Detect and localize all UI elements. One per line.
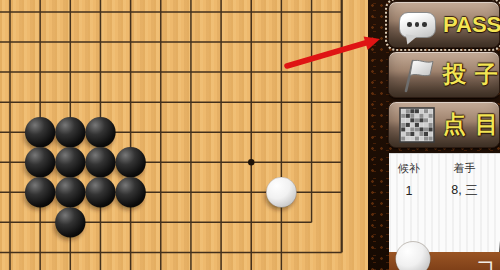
black-stone xyxy=(55,207,85,237)
black-stone xyxy=(85,147,115,177)
white-stone xyxy=(266,177,296,207)
count-button-label: 点目 xyxy=(443,109,500,140)
white-flag-icon xyxy=(396,56,438,94)
moves-table-row[interactable]: 1 8, 三 xyxy=(389,182,500,199)
black-stone xyxy=(115,147,145,177)
black-stone xyxy=(25,117,55,147)
sidebar: PASS 投子 点目 xyxy=(368,0,500,270)
black-stone xyxy=(55,177,85,207)
black-stone xyxy=(85,177,115,207)
resign-button-label: 投子 xyxy=(443,59,500,90)
black-stone xyxy=(55,117,85,147)
move-coordinate: 8, 三 xyxy=(429,182,500,199)
speech-bubble-icon xyxy=(396,12,438,38)
header-candidate: 候补 xyxy=(389,161,429,176)
candidate-number: 1 xyxy=(389,184,429,198)
go-board[interactable] xyxy=(0,0,369,270)
black-stone xyxy=(55,147,85,177)
count-button[interactable]: 点目 xyxy=(388,101,500,148)
black-stone xyxy=(85,117,115,147)
player-name-text: コンピ xyxy=(475,253,500,270)
header-move: 着手 xyxy=(429,161,500,176)
pass-button[interactable]: PASS xyxy=(388,1,500,48)
black-stone xyxy=(115,177,145,207)
moves-table-header: 候补 着手 xyxy=(389,154,500,176)
pass-button-label: PASS xyxy=(443,12,500,38)
black-stone xyxy=(25,147,55,177)
go-app-window: PASS 投子 点目 xyxy=(0,0,500,270)
moves-panel: 候补 着手 1 8, 三 xyxy=(389,153,500,252)
black-stone xyxy=(25,177,55,207)
white-player-stone xyxy=(391,239,437,270)
go-board-grid xyxy=(0,0,369,270)
count-grid-icon xyxy=(396,106,438,144)
resign-button[interactable]: 投子 xyxy=(388,51,500,98)
